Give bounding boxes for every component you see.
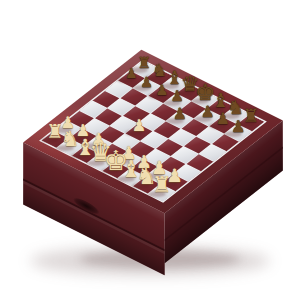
chess-set-photo: ♜♞♝♛♚♝♞♜♟♟♟♟♟♟♟♟♟♟♟♟♟♟♟♟♜♞♝♛♚♝♞♜: [0, 0, 300, 300]
piece-black-pawn-c7: ♟: [155, 82, 168, 97]
piece-black-pawn-a7: ♟: [125, 68, 137, 82]
piece-black-pawn-e6: ♟: [173, 106, 187, 122]
piece-white-pawn-d4: ♟: [132, 118, 147, 134]
piece-black-pawn-d7: ♟: [171, 89, 184, 104]
piece-white-rook-h1: ♜: [152, 174, 172, 196]
piece-black-pawn-b7: ♟: [140, 75, 153, 89]
piece-black-pawn-h7: ♟: [231, 119, 246, 135]
pieces-layer: ♜♞♝♛♚♝♞♜♟♟♟♟♟♟♟♟♟♟♟♟♟♟♟♟♜♞♝♛♚♝♞♜: [0, 0, 300, 300]
piece-black-knight-b8: ♞: [152, 62, 167, 79]
piece-black-rook-a8: ♜: [137, 56, 151, 72]
piece-black-pawn-g7: ♟: [216, 111, 230, 127]
piece-black-pawn-f7: ♟: [201, 104, 215, 120]
